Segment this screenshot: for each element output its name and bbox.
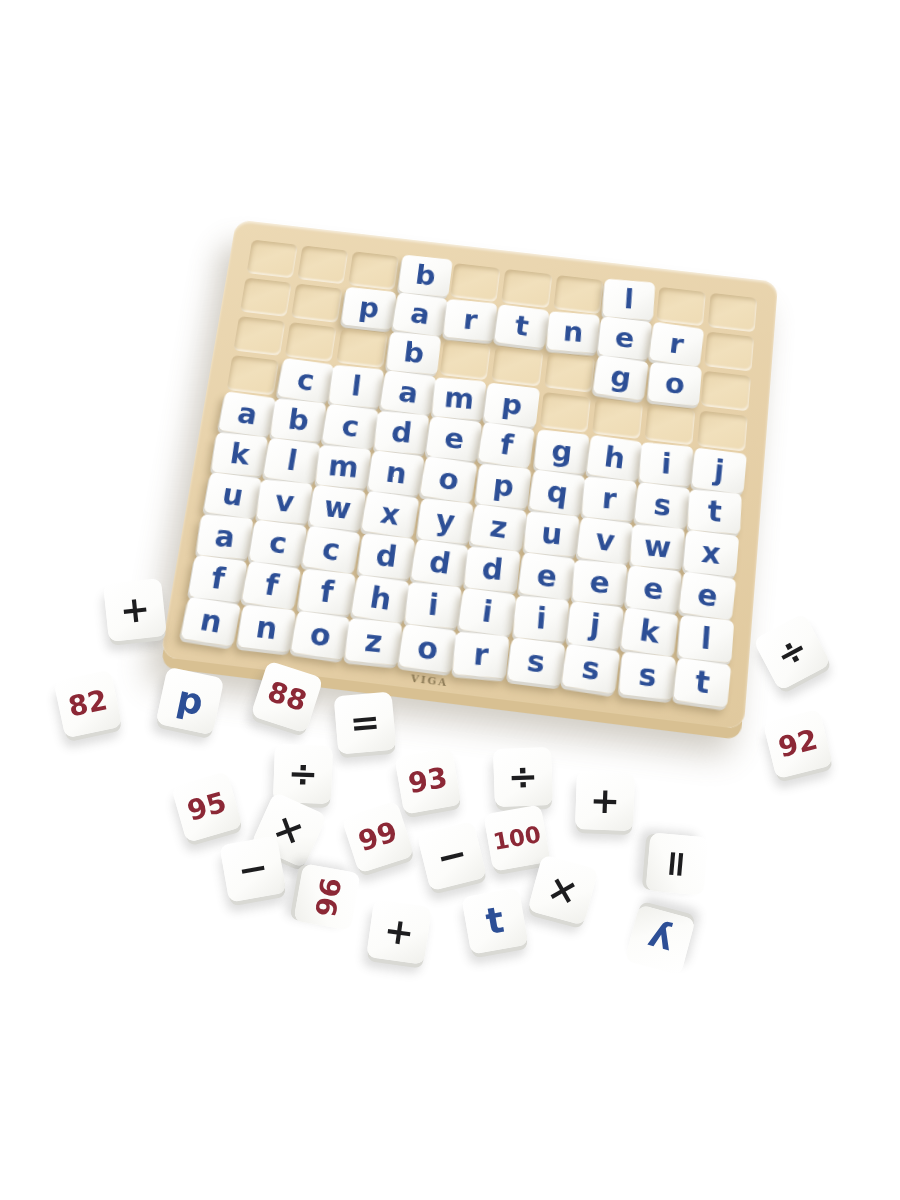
board-cell[interactable] xyxy=(291,283,343,322)
board-cell[interactable] xyxy=(227,355,280,395)
letter-tile-g[interactable]: g xyxy=(534,429,590,474)
letter-tile-x[interactable]: x xyxy=(683,530,739,577)
board-cell[interactable]: n xyxy=(184,601,239,645)
letter-tile-l[interactable]: l xyxy=(678,615,735,663)
board-cell[interactable]: c xyxy=(305,530,359,573)
letter-tile-t[interactable]: t xyxy=(494,304,550,348)
board-cell[interactable]: h xyxy=(353,578,407,622)
board-cell[interactable]: a xyxy=(199,517,253,560)
board-cell[interactable] xyxy=(708,293,758,333)
letter-tile-i[interactable]: i xyxy=(405,582,462,629)
letter-tile-b[interactable]: b xyxy=(270,398,327,442)
board-cell[interactable]: r xyxy=(455,634,509,678)
board-cell[interactable]: y xyxy=(418,501,471,543)
board-cell[interactable]: j xyxy=(693,451,744,493)
board-cell[interactable]: f xyxy=(191,558,246,601)
letter-tile-k[interactable]: k xyxy=(620,607,679,657)
letter-tile-t[interactable]: t xyxy=(687,489,741,534)
board-cell[interactable] xyxy=(450,263,501,302)
letter-tile-z[interactable]: z xyxy=(345,618,403,666)
letter-tile-e[interactable]: e xyxy=(571,560,627,606)
board-cell[interactable]: e xyxy=(600,319,650,359)
letter-tile-c[interactable]: c xyxy=(277,358,335,404)
board-cell[interactable]: g xyxy=(596,358,647,398)
board-cell[interactable]: x xyxy=(686,533,738,576)
letter-tile-i[interactable]: i xyxy=(639,442,694,487)
board-cell[interactable]: r xyxy=(583,479,635,521)
letter-tile-y[interactable]: y xyxy=(417,498,474,544)
board-cell[interactable] xyxy=(701,371,751,412)
number-96-tile[interactable]: 96 xyxy=(293,863,360,930)
letter-tile-v[interactable]: v xyxy=(256,479,313,524)
board-cell[interactable]: c xyxy=(278,361,330,401)
number-82-tile[interactable]: 82 xyxy=(54,670,123,739)
board-cell[interactable]: s xyxy=(620,654,673,699)
board-cell[interactable]: n xyxy=(548,313,599,353)
times-tile-2[interactable]: × xyxy=(527,854,598,925)
board-cell[interactable]: w xyxy=(312,488,365,530)
letter-tile-g[interactable]: g xyxy=(592,354,648,400)
board-grid: blpartnerbgoclampabcdefghijklmnopqrstuvw… xyxy=(160,219,778,729)
board-cell[interactable]: o xyxy=(292,614,347,658)
board-cell[interactable]: v xyxy=(259,482,313,524)
number-93-tile[interactable]: 93 xyxy=(394,747,461,814)
letter-tile-p[interactable]: p xyxy=(476,463,532,509)
letter-tile-e[interactable]: e xyxy=(625,565,682,613)
board-cell[interactable] xyxy=(553,275,603,314)
board-cell[interactable] xyxy=(297,245,348,284)
letter-tile-e[interactable]: e xyxy=(518,552,576,600)
board-cell[interactable]: q xyxy=(530,473,582,515)
letter-tile-e[interactable]: e xyxy=(678,571,736,621)
letter-tile-l[interactable]: l xyxy=(329,365,385,409)
letter-tile-r[interactable]: r xyxy=(648,321,704,367)
letter-tile-d[interactable]: d xyxy=(411,539,470,588)
letter-tile-b[interactable]: b xyxy=(398,255,453,298)
letter-tile-a[interactable]: a xyxy=(196,514,254,559)
letter-tile-p[interactable]: p xyxy=(484,383,540,428)
board-cell[interactable]: m xyxy=(318,447,371,489)
board-cell[interactable] xyxy=(697,410,748,451)
letter-tile-d[interactable]: d xyxy=(358,533,416,580)
board-cell[interactable]: l xyxy=(330,367,382,408)
board-cell[interactable]: d xyxy=(377,413,429,454)
letter-tile-o[interactable]: o xyxy=(420,456,478,504)
board-cell[interactable]: s xyxy=(510,641,564,686)
alphabet-board: blpartnerbgoclampabcdefghijklmnopqrstuvw… xyxy=(160,219,778,729)
letter-tile-s[interactable]: s xyxy=(634,482,690,529)
board-cell[interactable]: e xyxy=(574,562,627,605)
board-cell[interactable]: e xyxy=(429,419,481,460)
board-cell[interactable]: n xyxy=(371,454,424,496)
letter-tile-j[interactable]: j xyxy=(566,601,624,650)
board-cell[interactable] xyxy=(502,269,552,308)
letter-tile-c[interactable]: c xyxy=(322,404,379,450)
board-cell[interactable]: u xyxy=(206,475,260,517)
board-cell[interactable]: d xyxy=(412,542,465,585)
board-cell[interactable]: b xyxy=(272,401,325,442)
board-cell[interactable] xyxy=(592,398,643,439)
letter-tile-n[interactable]: n xyxy=(546,311,600,353)
letter-tile-h[interactable]: h xyxy=(351,574,410,623)
board-cell[interactable]: x xyxy=(365,495,418,537)
board-cell[interactable]: z xyxy=(471,507,524,550)
board-cell[interactable]: i xyxy=(515,598,568,642)
letter-tile-r[interactable]: r xyxy=(453,632,510,679)
board-cell[interactable] xyxy=(247,240,298,279)
board-cell[interactable]: e xyxy=(520,556,573,599)
number-99-tile[interactable]: 99 xyxy=(341,800,414,873)
letter-tile-w[interactable]: w xyxy=(630,524,685,570)
letter-tile-n[interactable]: n xyxy=(180,596,241,646)
letter-tile-e[interactable]: e xyxy=(426,416,483,462)
board-cell[interactable]: a xyxy=(382,373,434,414)
board-cell[interactable]: k xyxy=(624,611,677,655)
letter-tile-z[interactable]: z xyxy=(470,504,528,552)
board-cell[interactable]: s xyxy=(636,485,688,527)
board-cell[interactable] xyxy=(285,322,337,362)
board-cell[interactable]: p xyxy=(477,466,529,508)
letter-tile-s[interactable]: s xyxy=(507,637,565,686)
minus-tile-2[interactable]: − xyxy=(417,821,487,891)
board-cell[interactable]: c xyxy=(252,523,306,566)
board-cell[interactable]: n xyxy=(238,607,293,651)
letter-tile-q[interactable]: q xyxy=(528,469,585,517)
board-cell[interactable]: g xyxy=(535,432,587,474)
letter-tile-w[interactable]: w xyxy=(309,485,367,532)
scene: blpartnerbgoclampabcdefghijklmnopqrstuvw… xyxy=(0,0,900,1200)
letter-tile-f[interactable]: f xyxy=(188,555,247,603)
letter-tile-c[interactable]: c xyxy=(249,520,308,567)
equals-tile[interactable]: = xyxy=(334,692,397,755)
letter-tile-m[interactable]: m xyxy=(315,445,371,489)
board-cell[interactable]: b xyxy=(388,334,440,374)
letter-tile-c[interactable]: c xyxy=(302,525,362,574)
board-cell[interactable]: t xyxy=(675,661,728,706)
number-95-tile[interactable]: 95 xyxy=(171,771,243,843)
letter-tile-x[interactable]: x xyxy=(361,490,420,538)
letter-tile-b[interactable]: b xyxy=(386,332,441,375)
board-cell[interactable]: b xyxy=(399,257,450,296)
letter-tile-u[interactable]: u xyxy=(523,511,579,557)
letter-tile-a[interactable]: a xyxy=(392,292,448,337)
letter-tile-r[interactable]: r xyxy=(444,299,499,342)
letter-tile-a[interactable]: a xyxy=(218,391,276,437)
board-cell[interactable]: h xyxy=(587,438,639,480)
letter-tile-f[interactable]: f xyxy=(241,561,301,611)
board-cell[interactable]: t xyxy=(497,307,548,347)
board-cell[interactable] xyxy=(240,278,292,317)
letter-tile-s[interactable]: s xyxy=(561,643,620,694)
letter-tile-f[interactable]: f xyxy=(478,422,536,469)
plus-tile-3[interactable]: + xyxy=(366,899,432,965)
letter-tile-f[interactable]: f xyxy=(298,569,356,616)
minus-tile[interactable]: − xyxy=(219,835,286,902)
letter-tile-v[interactable]: v xyxy=(576,517,633,565)
divide-tile-3[interactable]: ÷ xyxy=(493,747,553,807)
letter-tile-o[interactable]: o xyxy=(291,610,351,660)
board-cell[interactable] xyxy=(336,328,388,368)
board-cell[interactable]: p xyxy=(487,386,539,427)
letter-tile-o[interactable]: o xyxy=(398,624,457,674)
board-cell[interactable]: p xyxy=(342,289,393,328)
board-cell[interactable] xyxy=(539,392,590,433)
letter-tile-l[interactable]: l xyxy=(263,438,321,485)
board-cell[interactable]: o xyxy=(424,460,477,502)
letter-tile-i[interactable]: i xyxy=(458,588,517,637)
letter-tile-e[interactable]: e xyxy=(597,316,652,360)
letter-tile-k[interactable]: k xyxy=(211,432,268,477)
letter-tile-r[interactable]: r xyxy=(581,476,636,521)
board-cell[interactable] xyxy=(492,346,543,386)
board-cell[interactable]: a xyxy=(220,395,273,436)
board-cell[interactable]: t xyxy=(690,492,741,534)
board-cell[interactable]: f xyxy=(482,426,534,467)
board-cell[interactable]: e xyxy=(628,569,680,612)
letter-t-tile[interactable]: t xyxy=(461,887,528,954)
board-cell[interactable] xyxy=(704,331,754,371)
letter-p-tile[interactable]: p xyxy=(156,667,225,736)
letter-tile-p[interactable]: p xyxy=(341,287,396,330)
board-cell[interactable]: k xyxy=(213,435,266,477)
letter-tile-u[interactable]: u xyxy=(203,472,262,519)
board-cell[interactable] xyxy=(544,352,595,392)
board-cell[interactable]: a xyxy=(394,295,445,335)
letter-y-tile[interactable]: y xyxy=(624,904,695,975)
board-cell[interactable]: w xyxy=(632,527,684,570)
letter-tile-m[interactable]: m xyxy=(432,377,487,420)
board-cell[interactable]: d xyxy=(359,536,413,579)
plus-tile-2[interactable]: + xyxy=(575,771,635,831)
board-cell[interactable] xyxy=(233,316,285,356)
board-cell[interactable]: i xyxy=(407,585,461,629)
number-92-tile[interactable]: 92 xyxy=(763,709,833,779)
equals-tile-2[interactable]: = xyxy=(646,833,709,896)
board-cell[interactable]: e xyxy=(682,575,734,619)
letter-tile-a[interactable]: a xyxy=(380,370,437,415)
board-cell[interactable]: d xyxy=(466,549,519,592)
board-cell[interactable]: f xyxy=(299,572,353,616)
letter-tile-t[interactable]: t xyxy=(673,657,731,708)
board-cell[interactable]: m xyxy=(435,380,487,421)
board-cell[interactable]: i xyxy=(640,444,691,486)
board-cell[interactable]: f xyxy=(245,565,299,608)
board-cell[interactable]: l xyxy=(604,281,654,320)
board-cell[interactable]: c xyxy=(324,407,377,448)
board-cell[interactable]: j xyxy=(569,605,622,649)
board-cell[interactable]: l xyxy=(678,618,731,662)
board-cell[interactable] xyxy=(656,287,706,326)
letter-tile-h[interactable]: h xyxy=(586,435,643,482)
board-cell[interactable] xyxy=(348,251,399,290)
board-cell[interactable]: s xyxy=(565,648,618,693)
board-cell[interactable]: l xyxy=(265,441,318,483)
board-cell[interactable]: o xyxy=(648,365,699,406)
letter-tile-d[interactable]: d xyxy=(464,546,521,593)
board-cell[interactable]: i xyxy=(461,591,515,635)
letter-tile-i[interactable]: i xyxy=(513,595,569,642)
board-cell[interactable] xyxy=(644,404,695,445)
board-cell[interactable]: r xyxy=(445,301,496,341)
letter-tile-o[interactable]: o xyxy=(647,362,701,406)
letter-tile-s[interactable]: s xyxy=(619,651,676,700)
letter-tile-n[interactable]: n xyxy=(237,605,296,653)
board-cell[interactable]: z xyxy=(347,621,401,665)
board-cell[interactable]: r xyxy=(652,325,702,365)
letter-tile-d[interactable]: d xyxy=(374,411,430,455)
divide-tile[interactable]: ÷ xyxy=(753,613,831,691)
letter-tile-j[interactable]: j xyxy=(691,447,747,494)
plus-tile[interactable]: + xyxy=(103,578,167,642)
board-cell[interactable]: o xyxy=(401,627,455,671)
board-cell[interactable]: v xyxy=(579,520,631,563)
board-cell[interactable] xyxy=(440,340,491,380)
letter-tile-l[interactable]: l xyxy=(602,279,655,321)
letter-tile-n[interactable]: n xyxy=(368,450,425,496)
board-cell[interactable]: u xyxy=(525,514,578,557)
